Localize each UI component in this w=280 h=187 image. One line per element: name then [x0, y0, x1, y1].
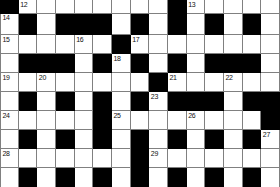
black-cell-r2c2 — [19, 14, 38, 36]
black-cell-r4c3 — [37, 54, 56, 73]
black-cell-r6c14 — [243, 92, 262, 111]
clue-number-22: 22 — [225, 74, 232, 81]
cell-r1c11[interactable]: 13 — [187, 0, 206, 14]
black-cell-r1c1 — [0, 0, 19, 14]
cell-r9c14[interactable] — [243, 149, 262, 168]
black-cell-r2c8 — [131, 14, 150, 36]
cell-r10c13[interactable] — [224, 168, 243, 187]
cell-r2c13[interactable] — [224, 14, 243, 36]
black-cell-r6c12 — [205, 92, 224, 111]
black-cell-r2c12 — [205, 14, 224, 36]
black-cell-r2c6 — [93, 14, 112, 36]
cell-r4c11[interactable] — [187, 54, 206, 73]
cell-r1c15[interactable] — [261, 0, 280, 14]
cell-r5c5[interactable] — [75, 73, 94, 92]
clue-number-26: 26 — [188, 112, 195, 119]
clue-number-20: 20 — [39, 74, 46, 81]
cell-r7c9[interactable] — [149, 111, 168, 130]
cell-r2c1[interactable]: 14 — [0, 14, 19, 36]
crossword-grid: 121314151617181920212223242526272829 — [0, 0, 280, 187]
cell-r9c9[interactable]: 29 — [149, 149, 168, 168]
cell-r3c12[interactable] — [205, 35, 224, 54]
black-cell-r6c4 — [56, 92, 75, 111]
black-cell-r7c6 — [93, 111, 112, 130]
cell-r5c12[interactable] — [205, 73, 224, 92]
cell-r5c4[interactable] — [56, 73, 75, 92]
cell-r3c4[interactable] — [56, 35, 75, 54]
cell-r7c8[interactable] — [131, 111, 150, 130]
cell-r7c14[interactable] — [243, 111, 262, 130]
cell-r8c7[interactable] — [112, 130, 131, 149]
cell-r5c15[interactable] — [261, 73, 280, 92]
clue-number-29: 29 — [151, 150, 158, 157]
cell-r2c7[interactable] — [112, 14, 131, 36]
black-cell-r8c14 — [243, 130, 262, 149]
cell-r5c7[interactable] — [112, 73, 131, 92]
cell-r3c5[interactable]: 16 — [75, 35, 94, 54]
cell-r6c5[interactable] — [75, 92, 94, 111]
black-cell-r4c4 — [56, 54, 75, 73]
black-cell-r10c4 — [56, 168, 75, 187]
black-cell-r2c14 — [243, 14, 262, 36]
cell-r1c4[interactable] — [56, 0, 75, 14]
cell-r7c4[interactable] — [56, 111, 75, 130]
cell-r1c13[interactable] — [224, 0, 243, 14]
cell-r3c2[interactable] — [19, 35, 38, 54]
cell-r5c1[interactable]: 19 — [0, 73, 19, 92]
cell-r5c14[interactable] — [243, 73, 262, 92]
cell-r5c10[interactable]: 21 — [168, 73, 187, 92]
cell-r9c10[interactable] — [168, 149, 187, 168]
cell-r3c13[interactable] — [224, 35, 243, 54]
cell-r9c1[interactable]: 28 — [0, 149, 19, 168]
cell-r3c1[interactable]: 15 — [0, 35, 19, 54]
cell-r4c9[interactable] — [149, 54, 168, 73]
clue-number-24: 24 — [3, 112, 10, 119]
cell-r9c13[interactable] — [224, 149, 243, 168]
cell-r2c9[interactable] — [149, 14, 168, 36]
black-cell-r8c12 — [205, 130, 224, 149]
cell-r1c3[interactable] — [37, 0, 56, 14]
cell-r5c3[interactable]: 20 — [37, 73, 56, 92]
cell-r4c1[interactable] — [0, 54, 19, 73]
clue-number-21: 21 — [169, 74, 176, 81]
cell-r1c5[interactable] — [75, 0, 94, 14]
cell-r1c7[interactable] — [112, 0, 131, 14]
black-cell-r1c10 — [168, 0, 187, 14]
black-cell-r2c10 — [168, 14, 187, 36]
cell-r7c3[interactable] — [37, 111, 56, 130]
clue-number-16: 16 — [76, 36, 83, 43]
cell-r7c11[interactable]: 26 — [187, 111, 206, 130]
cell-r8c13[interactable] — [224, 130, 243, 149]
black-cell-r4c14 — [243, 54, 262, 73]
cell-r1c12[interactable] — [205, 0, 224, 14]
cell-r10c9[interactable] — [149, 168, 168, 187]
black-cell-r7c15 — [261, 111, 280, 130]
black-cell-r6c6 — [93, 92, 112, 111]
clue-number-14: 14 — [3, 14, 10, 21]
cell-r7c10[interactable] — [168, 111, 187, 130]
clue-number-12: 12 — [20, 1, 27, 8]
black-cell-r10c8 — [131, 168, 150, 187]
cell-r3c10[interactable] — [168, 35, 187, 54]
cell-r4c7[interactable]: 18 — [112, 54, 131, 73]
cell-r9c3[interactable] — [37, 149, 56, 168]
black-cell-r6c2 — [19, 92, 38, 111]
cell-r1c6[interactable] — [93, 0, 112, 14]
cell-r1c9[interactable] — [149, 0, 168, 14]
black-cell-r4c8 — [131, 54, 150, 73]
cell-r7c12[interactable] — [205, 111, 224, 130]
cell-r2c11[interactable] — [187, 14, 206, 36]
black-cell-r10c14 — [243, 168, 262, 187]
clue-number-27: 27 — [263, 131, 270, 138]
cell-r10c15[interactable] — [261, 168, 280, 187]
cell-r3c11[interactable] — [187, 35, 206, 54]
black-cell-r8c4 — [56, 130, 75, 149]
cell-r3c6[interactable] — [93, 35, 112, 54]
clue-number-18: 18 — [113, 55, 120, 62]
black-cell-r6c15 — [261, 92, 280, 111]
black-cell-r8c6 — [93, 130, 112, 149]
black-cell-r4c6 — [93, 54, 112, 73]
cell-r7c7[interactable]: 25 — [112, 111, 131, 130]
black-cell-r6c11 — [187, 92, 206, 111]
clue-number-17: 17 — [132, 36, 139, 43]
cell-r8c9[interactable] — [149, 130, 168, 149]
black-cell-r2c4 — [56, 14, 75, 36]
cell-r8c11[interactable] — [187, 130, 206, 149]
cell-r7c1[interactable]: 24 — [0, 111, 19, 130]
black-cell-r4c10 — [168, 54, 187, 73]
cell-r9c11[interactable] — [187, 149, 206, 168]
cell-r7c5[interactable] — [75, 111, 94, 130]
cell-r9c5[interactable] — [75, 149, 94, 168]
cell-r10c5[interactable] — [75, 168, 94, 187]
clue-number-23: 23 — [151, 93, 158, 100]
black-cell-r2c5 — [75, 14, 94, 36]
cell-r9c7[interactable] — [112, 149, 131, 168]
cell-r8c15[interactable]: 27 — [261, 130, 280, 149]
cell-r8c5[interactable] — [75, 130, 94, 149]
black-cell-r10c6 — [93, 168, 112, 187]
black-cell-r10c2 — [19, 168, 38, 187]
black-cell-r4c12 — [205, 54, 224, 73]
black-cell-r8c8 — [131, 130, 150, 149]
cell-r9c2[interactable] — [19, 149, 38, 168]
cell-r1c2[interactable]: 12 — [19, 0, 38, 14]
cell-r1c14[interactable] — [243, 0, 262, 14]
cell-r6c9[interactable]: 23 — [149, 92, 168, 111]
black-cell-r3c7 — [112, 35, 131, 54]
cell-r3c3[interactable] — [37, 35, 56, 54]
cell-r5c6[interactable] — [93, 73, 112, 92]
cell-r6c7[interactable] — [112, 92, 131, 111]
cell-r8c3[interactable] — [37, 130, 56, 149]
black-cell-r8c10 — [168, 130, 187, 149]
black-cell-r4c13 — [224, 54, 243, 73]
cell-r9c6[interactable] — [93, 149, 112, 168]
clue-number-28: 28 — [3, 150, 10, 157]
cell-r10c7[interactable] — [112, 168, 131, 187]
cell-r3c14[interactable] — [243, 35, 262, 54]
cell-r5c13[interactable]: 22 — [224, 73, 243, 92]
cell-r10c1[interactable] — [0, 168, 19, 187]
clue-number-19: 19 — [3, 74, 10, 81]
black-cell-r6c10 — [168, 92, 187, 111]
cell-r9c4[interactable] — [56, 149, 75, 168]
clue-number-15: 15 — [3, 36, 10, 43]
clue-number-25: 25 — [113, 112, 120, 119]
cell-r5c11[interactable] — [187, 73, 206, 92]
cell-r3c15[interactable] — [261, 35, 280, 54]
cell-r2c3[interactable] — [37, 14, 56, 36]
black-cell-r10c12 — [205, 168, 224, 187]
cell-r2c15[interactable] — [261, 14, 280, 36]
cell-r7c2[interactable] — [19, 111, 38, 130]
black-cell-r9c8 — [131, 149, 150, 168]
cell-r7c13[interactable] — [224, 111, 243, 130]
cell-r5c2[interactable] — [19, 73, 38, 92]
cell-r6c1[interactable] — [0, 92, 19, 111]
cell-r10c11[interactable] — [187, 168, 206, 187]
cell-r1c8[interactable] — [131, 0, 150, 14]
cell-r10c3[interactable] — [37, 168, 56, 187]
black-cell-r5c9 — [149, 73, 168, 92]
cell-r4c5[interactable] — [75, 54, 94, 73]
black-cell-r8c2 — [19, 130, 38, 149]
cell-r3c8[interactable]: 17 — [131, 35, 150, 54]
cell-r8c1[interactable] — [0, 130, 19, 149]
cell-r4c15[interactable] — [261, 54, 280, 73]
black-cell-r10c10 — [168, 168, 187, 187]
cell-r3c9[interactable] — [149, 35, 168, 54]
cell-r5c8[interactable] — [131, 73, 150, 92]
clue-number-13: 13 — [188, 1, 195, 8]
crossword-screenshot: 121314151617181920212223242526272829 — [0, 0, 280, 187]
cell-r9c15[interactable] — [261, 149, 280, 168]
cell-r6c13[interactable] — [224, 92, 243, 111]
cell-r9c12[interactable] — [205, 149, 224, 168]
black-cell-r4c2 — [19, 54, 38, 73]
black-cell-r6c8 — [131, 92, 150, 111]
cell-r6c3[interactable] — [37, 92, 56, 111]
